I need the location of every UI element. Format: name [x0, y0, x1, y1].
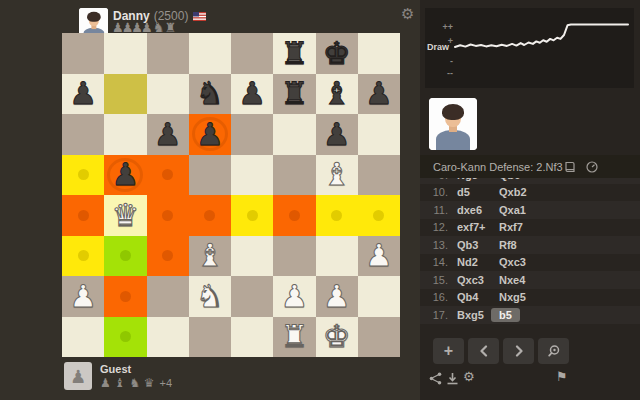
piece-wB[interactable]: ♝ [323, 159, 351, 190]
square-a7[interactable]: ♟ [62, 74, 104, 115]
black-move[interactable]: b5 [491, 308, 520, 322]
square-b1[interactable] [104, 317, 146, 358]
square-f6[interactable] [273, 114, 315, 155]
move-hint-dot [289, 210, 300, 221]
square-b3[interactable] [104, 236, 146, 277]
square-b6[interactable] [104, 114, 146, 155]
square-e8[interactable] [231, 33, 273, 74]
piece-bP[interactable]: ♟ [238, 78, 266, 109]
move-row: 12.exf7+Rxf7 [420, 219, 640, 237]
move-row: 10.d5Qxb2 [420, 184, 640, 202]
square-c1[interactable] [147, 317, 189, 358]
avatar-illustration [429, 98, 477, 150]
piece-bK[interactable]: ♚ [323, 38, 351, 69]
download-icon[interactable] [446, 372, 459, 385]
white-move[interactable]: Qb4 [457, 291, 499, 303]
square-g4[interactable] [316, 195, 358, 236]
white-move[interactable]: Qxc3 [457, 274, 499, 286]
move-hint-dot [120, 331, 131, 342]
piece-wP[interactable]: ♟ [69, 281, 97, 312]
square-d3[interactable]: ♝ [189, 236, 231, 277]
move-number: 11. [430, 204, 448, 216]
settings-gear-icon[interactable]: ⚙ [463, 369, 475, 384]
move-row: 13.Qb3Rf8 [420, 236, 640, 254]
analysis-magnifier-button[interactable] [538, 338, 569, 364]
square-g1[interactable]: ♚ [316, 317, 358, 358]
move-number: 14. [430, 256, 448, 268]
material-score: +4 [159, 377, 172, 389]
square-b8[interactable] [104, 33, 146, 74]
black-move[interactable]: Rxf7 [499, 221, 523, 233]
move-number: 9. [430, 178, 448, 181]
piece-wP[interactable]: ♟ [280, 281, 308, 312]
move-hint-dot [247, 210, 258, 221]
square-g2[interactable]: ♟ [316, 276, 358, 317]
black-move[interactable]: Qxc3 [499, 256, 526, 268]
square-a3[interactable] [62, 236, 104, 277]
square-e4[interactable] [231, 195, 273, 236]
square-a5[interactable] [62, 155, 104, 196]
square-c3[interactable] [147, 236, 189, 277]
prev-move-button[interactable] [468, 338, 499, 364]
move-row: 14.Nd2Qxc3 [420, 254, 640, 272]
piece-bP[interactable]: ♟ [69, 78, 97, 109]
piece-bP[interactable]: ♟ [111, 159, 139, 190]
move-number: 15. [430, 274, 448, 286]
move-row: 16.Qb4Nxg5 [420, 289, 640, 307]
board-settings-gear-icon[interactable]: ⚙ [401, 5, 414, 23]
black-move[interactable]: Qxb2 [499, 186, 527, 198]
white-move[interactable]: exf7+ [457, 221, 499, 233]
square-e3[interactable] [231, 236, 273, 277]
square-g7[interactable]: ♝ [316, 74, 358, 115]
bottom-player-name: Guest [100, 363, 131, 375]
piece-bR[interactable]: ♜ [280, 38, 308, 69]
white-move[interactable]: Ng5 [457, 178, 499, 181]
square-g3[interactable] [316, 236, 358, 277]
square-h6[interactable] [358, 114, 400, 155]
square-c8[interactable] [147, 33, 189, 74]
move-hint-dot [120, 250, 131, 261]
square-e2[interactable] [231, 276, 273, 317]
bottom-captured-pieces: ♟ ♝ ♞ ♛+4 [100, 376, 172, 390]
add-move-button[interactable]: + [433, 338, 464, 364]
move-hint-dot [204, 210, 215, 221]
white-move[interactable]: Nd2 [457, 256, 499, 268]
square-f4[interactable] [273, 195, 315, 236]
black-move[interactable]: Nxe4 [499, 274, 525, 286]
avatar-bottom-player: ♟ [64, 362, 92, 390]
piece-bN[interactable]: ♞ [196, 78, 224, 109]
move-number: 13. [430, 239, 448, 251]
move-number: 17. [430, 309, 448, 321]
move-hint-dot [162, 250, 173, 261]
square-h8[interactable] [358, 33, 400, 74]
square-a4[interactable] [62, 195, 104, 236]
square-d8[interactable] [189, 33, 231, 74]
piece-wK[interactable]: ♚ [323, 321, 351, 352]
chess-board[interactable]: ♜♚♟♞♟♜♝♟♟♟♟♟♝♛♝♟♟♞♟♟♜♚ [62, 33, 400, 357]
square-h1[interactable] [358, 317, 400, 358]
move-hint-dot [162, 210, 173, 221]
square-d6[interactable]: ♟ [189, 114, 231, 155]
square-e7[interactable]: ♟ [231, 74, 273, 115]
share-icon[interactable] [429, 372, 442, 385]
square-d7[interactable]: ♞ [189, 74, 231, 115]
move-number: 16. [430, 291, 448, 303]
square-c6[interactable]: ♟ [147, 114, 189, 155]
square-g6[interactable]: ♟ [316, 114, 358, 155]
explorer-dial-icon[interactable] [586, 161, 598, 173]
square-a6[interactable] [62, 114, 104, 155]
move-hint-dot [120, 291, 131, 302]
piece-bP[interactable]: ♟ [365, 78, 393, 109]
black-move[interactable]: Qxa1 [499, 204, 526, 216]
piece-wB[interactable]: ♝ [196, 240, 224, 271]
piece-bR[interactable]: ♜ [280, 78, 308, 109]
move-hint-dot [162, 169, 173, 180]
black-move[interactable]: Rf8 [499, 239, 517, 251]
move-list[interactable]: 9.Ng5Qb610.d5Qxb211.dxe6Qxa112.exf7+Rxf7… [420, 178, 640, 336]
square-f2[interactable]: ♟ [273, 276, 315, 317]
square-f7[interactable]: ♜ [273, 74, 315, 115]
square-e6[interactable] [231, 114, 273, 155]
square-h2[interactable] [358, 276, 400, 317]
square-f1[interactable]: ♜ [273, 317, 315, 358]
piece-bP[interactable]: ♟ [323, 119, 351, 150]
piece-wP[interactable]: ♟ [365, 240, 393, 271]
square-d5[interactable] [189, 155, 231, 196]
opening-book-icon[interactable] [564, 161, 576, 173]
evaluation-graph[interactable]: ++ + Draw - -- [425, 8, 634, 88]
square-b2[interactable] [104, 276, 146, 317]
square-d1[interactable] [189, 317, 231, 358]
piece-wP[interactable]: ♟ [323, 281, 351, 312]
square-h5[interactable] [358, 155, 400, 196]
black-move[interactable]: Nxg5 [499, 291, 526, 303]
piece-bP[interactable]: ♟ [196, 119, 224, 150]
piece-wR[interactable]: ♜ [280, 321, 308, 352]
move-hint-dot [373, 210, 384, 221]
move-hint-dot [78, 169, 89, 180]
eval-line-chart [425, 8, 634, 88]
white-move[interactable]: Qb3 [457, 239, 499, 251]
square-d2[interactable]: ♞ [189, 276, 231, 317]
move-number: 10. [430, 186, 448, 198]
move-hint-dot [78, 250, 89, 261]
square-h4[interactable] [358, 195, 400, 236]
square-g5[interactable]: ♝ [316, 155, 358, 196]
square-c2[interactable] [147, 276, 189, 317]
square-h7[interactable]: ♟ [358, 74, 400, 115]
piece-wN[interactable]: ♞ [196, 281, 224, 312]
square-b7[interactable] [104, 74, 146, 115]
square-c7[interactable] [147, 74, 189, 115]
flag-icon[interactable]: ⚑ [556, 369, 568, 384]
square-c5[interactable] [147, 155, 189, 196]
square-e5[interactable] [231, 155, 273, 196]
move-row: 17.Bxg5b5 [420, 306, 640, 324]
white-move[interactable]: dxe6 [457, 204, 499, 216]
opening-name: Caro-Kann Defense: 2.Nf3 [433, 161, 564, 173]
chess-app: Danny(2500) ♟♟♟♟ ♞ ♜ ⚙ ♜♚♟♞♟♜♝♟♟♟♟♟♝♛♝♟♟… [0, 0, 640, 400]
sidebar-panel: ++ + Draw - -- Caro-Kann Defense: 2.Nf3 … [420, 0, 640, 400]
square-h3[interactable]: ♟ [358, 236, 400, 277]
avatar-profile-photo [429, 98, 477, 150]
square-f3[interactable] [273, 236, 315, 277]
move-hint-dot [331, 210, 342, 221]
square-a1[interactable] [62, 317, 104, 358]
white-move[interactable]: d5 [457, 186, 499, 198]
black-move[interactable]: Qb6 [499, 178, 520, 181]
square-a8[interactable] [62, 33, 104, 74]
guest-pawn-icon: ♟ [70, 366, 86, 387]
square-a2[interactable]: ♟ [62, 276, 104, 317]
square-b4[interactable]: ♛ [104, 195, 146, 236]
piece-wQ[interactable]: ♛ [111, 200, 139, 231]
square-f5[interactable] [273, 155, 315, 196]
square-d4[interactable] [189, 195, 231, 236]
us-flag-icon [193, 12, 206, 21]
piece-bP[interactable]: ♟ [154, 119, 182, 150]
opening-row: Caro-Kann Defense: 2.Nf3 [420, 155, 640, 178]
move-row: 15.Qxc3Nxe4 [420, 271, 640, 289]
move-number: 12. [430, 221, 448, 233]
piece-bB[interactable]: ♝ [323, 78, 351, 109]
square-e1[interactable] [231, 317, 273, 358]
square-f8[interactable]: ♜ [273, 33, 315, 74]
move-row: 11.dxe6Qxa1 [420, 201, 640, 219]
square-g8[interactable]: ♚ [316, 33, 358, 74]
next-move-button[interactable] [503, 338, 534, 364]
square-c4[interactable] [147, 195, 189, 236]
move-hint-dot [78, 210, 89, 221]
square-b5[interactable]: ♟ [104, 155, 146, 196]
